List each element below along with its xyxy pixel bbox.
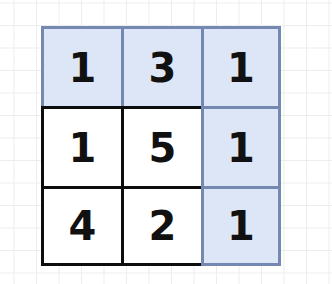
cell-r3c2[interactable]: 2 (121, 186, 201, 266)
cell-r1c2[interactable]: 3 (121, 26, 201, 106)
cell-r2c1[interactable]: 1 (41, 106, 121, 186)
cell-r2c2[interactable]: 5 (121, 106, 201, 186)
cell-r1c1[interactable]: 1 (41, 26, 121, 106)
puzzle-grid: 1 3 1 1 5 1 4 2 1 (41, 26, 281, 266)
cell-r3c1[interactable]: 4 (41, 186, 121, 266)
cell-r3c3[interactable]: 1 (201, 186, 281, 266)
cell-r2c3[interactable]: 1 (201, 106, 281, 186)
cell-r1c3[interactable]: 1 (201, 26, 281, 106)
